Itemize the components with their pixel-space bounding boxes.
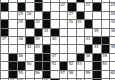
clue-number: 39 — [35, 37, 40, 41]
white-cell-r9c7[interactable]: 57 — [60, 71, 67, 78]
white-cell-r2c1[interactable] — [9, 12, 16, 19]
black-cell-r1c2 — [18, 3, 25, 10]
black-cell-r4c6 — [51, 29, 58, 36]
white-cell-r10c8[interactable] — [68, 79, 75, 80]
black-cell-r5c3 — [26, 37, 33, 44]
black-cell-r1c8 — [68, 3, 75, 10]
white-cell-r0c5[interactable] — [43, 0, 50, 2]
black-cell-r0c9 — [77, 0, 84, 2]
white-cell-r0c1[interactable] — [9, 0, 16, 2]
black-cell-r7c9 — [77, 54, 84, 61]
clue-number: 64 — [77, 79, 82, 80]
clue-number: 43 — [35, 45, 40, 49]
black-cell-r8c5 — [43, 62, 50, 69]
white-cell-r6c1[interactable] — [9, 45, 16, 52]
white-cell-r3c2[interactable]: 29 — [18, 20, 25, 27]
white-cell-r6c7[interactable] — [60, 45, 67, 52]
white-cell-r3c11[interactable] — [93, 20, 100, 27]
white-cell-r0c3[interactable] — [26, 0, 33, 2]
white-cell-r3c9[interactable]: 32 — [77, 20, 84, 27]
white-cell-r1c12[interactable] — [102, 3, 109, 10]
white-cell-r2c11[interactable] — [93, 12, 100, 19]
clue-number: 46 — [18, 54, 23, 58]
white-cell-r10c13[interactable] — [110, 79, 115, 80]
white-cell-r10c3[interactable] — [26, 79, 33, 80]
white-cell-r8c3[interactable]: 50 — [26, 62, 33, 69]
white-cell-r6c2[interactable] — [18, 45, 25, 52]
white-cell-r2c0[interactable] — [1, 12, 8, 19]
white-cell-r9c4[interactable]: 56 — [35, 71, 42, 78]
white-cell-r2c12[interactable] — [102, 12, 109, 19]
crossword-viewport: 2223242526272829303132333435363738394041… — [0, 0, 115, 80]
white-cell-r7c8[interactable] — [68, 54, 75, 61]
clue-number: 56 — [35, 71, 40, 75]
black-cell-r4c0 — [1, 29, 8, 36]
white-cell-r9c12[interactable] — [102, 71, 109, 78]
white-cell-r3c1[interactable] — [9, 20, 16, 27]
clue-number: 47 — [52, 54, 57, 58]
white-cell-r0c8[interactable] — [68, 0, 75, 2]
clue-number: 25 — [18, 12, 23, 16]
white-cell-r10c9[interactable]: 64 — [77, 79, 84, 80]
black-cell-r2c5 — [43, 12, 50, 19]
white-cell-r5c5[interactable] — [43, 37, 50, 44]
clue-number: 57 — [60, 71, 65, 75]
black-cell-r10c6 — [51, 79, 58, 80]
clue-number: 61 — [10, 79, 15, 80]
white-cell-r1c5[interactable] — [43, 3, 50, 10]
clue-number: 30 — [35, 20, 40, 24]
clue-number: 53 — [77, 62, 82, 66]
white-cell-r6c13[interactable]: 45 — [110, 45, 115, 52]
clue-number: 62 — [18, 79, 23, 80]
clue-number: 42 — [27, 45, 32, 49]
black-cell-r7c4 — [35, 54, 42, 61]
black-cell-r6c12 — [102, 45, 109, 52]
white-cell-r10c12[interactable] — [102, 79, 109, 80]
white-cell-r4c13[interactable]: 36 — [110, 29, 115, 36]
white-cell-r6c0[interactable] — [1, 45, 8, 52]
white-cell-r8c13[interactable] — [110, 62, 115, 69]
black-cell-r6c5 — [43, 45, 50, 52]
white-cell-r3c13[interactable]: 33 — [110, 20, 115, 27]
clue-number: 35 — [94, 29, 99, 33]
crossword-grid: 2223242526272829303132333435363738394041… — [0, 0, 115, 80]
clue-number: 63 — [43, 79, 48, 80]
white-cell-r9c8[interactable]: 58 — [68, 71, 75, 78]
black-cell-r8c1 — [9, 62, 16, 69]
white-cell-r9c10[interactable]: 59 — [85, 71, 92, 78]
white-cell-r8c12[interactable]: 54 — [102, 62, 109, 69]
white-cell-r7c0[interactable] — [1, 54, 8, 61]
white-cell-r1c9[interactable] — [77, 3, 84, 10]
black-cell-r5c11 — [93, 37, 100, 44]
white-cell-r5c9[interactable] — [77, 37, 84, 44]
white-cell-r4c10[interactable] — [85, 29, 92, 36]
clue-number: 23 — [85, 3, 90, 7]
white-cell-r7c12[interactable]: 49 — [102, 54, 109, 61]
black-cell-r9c5 — [43, 71, 50, 78]
clue-number: 41 — [85, 37, 90, 41]
white-cell-r9c9[interactable] — [77, 71, 84, 78]
white-cell-r6c4[interactable]: 43 — [35, 45, 42, 52]
black-cell-r9c11 — [93, 71, 100, 78]
white-cell-r9c0[interactable] — [1, 71, 8, 78]
clue-number: 24 — [111, 3, 115, 7]
black-cell-r8c11 — [93, 62, 100, 69]
clue-number: 48 — [85, 54, 90, 58]
white-cell-r4c9[interactable] — [77, 29, 84, 36]
white-cell-r4c11[interactable]: 35 — [93, 29, 100, 36]
white-cell-r7c7[interactable] — [60, 54, 67, 61]
black-cell-r1c11 — [93, 3, 100, 10]
clue-number: 38 — [18, 37, 23, 41]
white-cell-r0c11[interactable] — [93, 0, 100, 2]
black-cell-r3c5 — [43, 20, 50, 27]
white-cell-r9c2[interactable]: 55 — [18, 71, 25, 78]
black-cell-r2c9 — [77, 12, 84, 19]
black-cell-r1c4 — [35, 3, 42, 10]
black-cell-r7c5 — [43, 54, 50, 61]
white-cell-r2c3[interactable]: 26 — [26, 12, 33, 19]
black-cell-r1c0 — [1, 3, 8, 10]
white-cell-r10c1[interactable]: 61 — [9, 79, 16, 80]
white-cell-r10c0[interactable] — [1, 79, 8, 80]
white-cell-r7c10[interactable]: 48 — [85, 54, 92, 61]
clue-number: 55 — [18, 71, 23, 75]
white-cell-r0c6[interactable] — [51, 0, 58, 2]
white-cell-r0c0[interactable] — [1, 0, 8, 2]
white-cell-r5c7[interactable] — [60, 37, 67, 44]
white-cell-r7c3[interactable] — [26, 54, 33, 61]
black-cell-r5c12 — [102, 37, 109, 44]
clue-number: 50 — [27, 62, 32, 66]
white-cell-r8c9[interactable]: 53 — [77, 62, 84, 69]
white-cell-r1c1[interactable] — [9, 3, 16, 10]
clue-number: 60 — [111, 71, 115, 75]
clue-number: 27 — [69, 12, 74, 16]
white-cell-r4c7[interactable] — [60, 29, 67, 36]
clue-number: 22 — [60, 3, 65, 7]
black-cell-r10c11 — [93, 79, 100, 80]
white-cell-r8c8[interactable]: 52 — [68, 62, 75, 69]
clue-number: 32 — [77, 20, 82, 24]
clue-number: 31 — [69, 20, 74, 24]
white-cell-r4c5[interactable]: 34 — [43, 29, 50, 36]
white-cell-r9c13[interactable]: 60 — [110, 71, 115, 78]
clue-number: 49 — [102, 54, 107, 58]
clue-number: 28 — [111, 12, 115, 16]
clue-number: 34 — [43, 29, 48, 33]
clue-number: 51 — [52, 62, 57, 66]
white-cell-r4c8[interactable] — [68, 29, 75, 36]
white-cell-r5c4[interactable]: 39 — [35, 37, 42, 44]
white-cell-r8c10[interactable] — [85, 62, 92, 69]
white-cell-r4c12[interactable] — [102, 29, 109, 36]
white-cell-r2c4[interactable] — [35, 12, 42, 19]
white-cell-r3c12[interactable] — [102, 20, 109, 27]
clue-number: 26 — [27, 12, 32, 16]
white-cell-r0c2[interactable] — [18, 0, 25, 2]
white-cell-r6c3[interactable]: 42 — [26, 45, 33, 52]
clue-number: 37 — [2, 37, 7, 41]
white-cell-r0c7[interactable] — [60, 0, 67, 2]
white-cell-r4c1[interactable] — [9, 29, 16, 36]
white-cell-r9c6[interactable] — [51, 71, 58, 78]
white-cell-r7c6[interactable]: 47 — [51, 54, 58, 61]
clue-number: 40 — [52, 37, 57, 41]
white-cell-r3c6[interactable] — [51, 20, 58, 27]
clue-number: 45 — [111, 45, 115, 49]
white-cell-r2c6[interactable] — [51, 12, 58, 19]
white-cell-r5c8[interactable] — [68, 37, 75, 44]
white-cell-r10c10[interactable] — [85, 79, 92, 80]
white-cell-r6c8[interactable] — [68, 45, 75, 52]
black-cell-r8c2 — [18, 62, 25, 69]
white-cell-r0c12[interactable] — [102, 0, 109, 2]
white-cell-r10c2[interactable]: 62 — [18, 79, 25, 80]
white-cell-r6c6[interactable] — [51, 45, 58, 52]
white-cell-r2c7[interactable] — [60, 12, 67, 19]
white-cell-r1c13[interactable]: 24 — [110, 3, 115, 10]
black-cell-r3c3 — [26, 20, 33, 27]
white-cell-r1c10[interactable]: 23 — [85, 3, 92, 10]
white-cell-r9c3[interactable] — [26, 71, 33, 78]
white-cell-r1c7[interactable]: 22 — [60, 3, 67, 10]
clue-number: 33 — [111, 20, 115, 24]
white-cell-r3c8[interactable]: 31 — [68, 20, 75, 27]
clue-number: 44 — [94, 45, 99, 49]
black-cell-r8c7 — [60, 62, 67, 69]
black-cell-r6c10 — [85, 45, 92, 52]
white-cell-r8c0[interactable] — [1, 62, 8, 69]
white-cell-r10c7[interactable] — [60, 79, 67, 80]
black-cell-r3c0 — [1, 20, 8, 27]
white-cell-r1c6[interactable] — [51, 3, 58, 10]
white-cell-r5c6[interactable]: 40 — [51, 37, 58, 44]
black-cell-r9c1 — [9, 71, 16, 78]
black-cell-r4c4 — [35, 29, 42, 36]
white-cell-r0c10[interactable] — [85, 0, 92, 2]
white-cell-r5c10[interactable]: 41 — [85, 37, 92, 44]
clue-number: 52 — [69, 62, 74, 66]
clue-number: 54 — [102, 62, 107, 66]
black-cell-r7c1 — [9, 54, 16, 61]
clue-number: 59 — [85, 71, 90, 75]
white-cell-r0c13[interactable] — [110, 0, 115, 2]
black-cell-r8c4 — [35, 62, 42, 69]
black-cell-r7c11 — [93, 54, 100, 61]
white-cell-r10c4[interactable] — [35, 79, 42, 80]
white-cell-r10c5[interactable]: 63 — [43, 79, 50, 80]
clue-number: 58 — [69, 71, 74, 75]
white-cell-r3c4[interactable]: 30 — [35, 20, 42, 27]
white-cell-r8c6[interactable]: 51 — [51, 62, 58, 69]
white-cell-r6c11[interactable]: 44 — [93, 45, 100, 52]
clue-number: 36 — [111, 29, 115, 33]
white-cell-r5c0[interactable]: 37 — [1, 37, 8, 44]
white-cell-r2c2[interactable]: 25 — [18, 12, 25, 19]
white-cell-r7c2[interactable]: 46 — [18, 54, 25, 61]
white-cell-r5c2[interactable]: 38 — [18, 37, 25, 44]
white-cell-r5c13[interactable] — [110, 37, 115, 44]
white-cell-r1c3[interactable] — [26, 3, 33, 10]
black-cell-r3c10 — [85, 20, 92, 27]
black-cell-r0c4 — [35, 0, 42, 2]
white-cell-r2c8[interactable]: 27 — [68, 12, 75, 19]
white-cell-r7c13[interactable] — [110, 54, 115, 61]
white-cell-r3c7[interactable] — [60, 20, 67, 27]
white-cell-r4c3[interactable] — [26, 29, 33, 36]
white-cell-r4c2[interactable] — [18, 29, 25, 36]
white-cell-r2c10[interactable] — [85, 12, 92, 19]
white-cell-r6c9[interactable] — [77, 45, 84, 52]
white-cell-r5c1[interactable] — [9, 37, 16, 44]
clue-number: 29 — [18, 20, 23, 24]
white-cell-r2c13[interactable]: 28 — [110, 12, 115, 19]
